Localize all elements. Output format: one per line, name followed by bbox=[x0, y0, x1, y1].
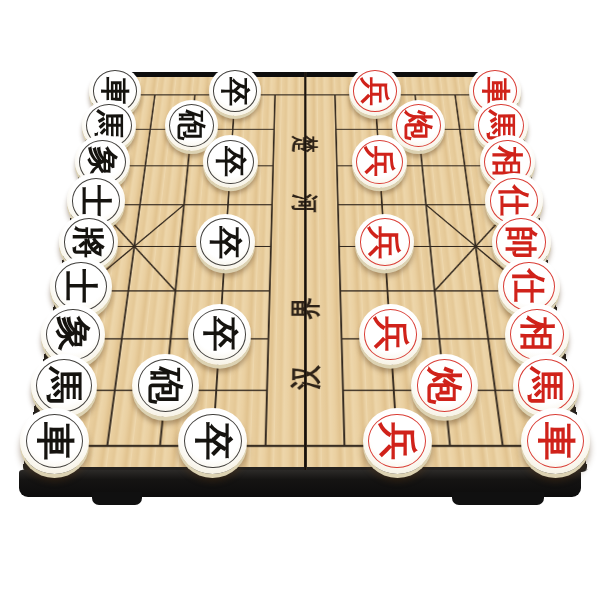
red-elephant-glyph: 相 bbox=[519, 316, 555, 352]
red-soldier-glyph: 兵 bbox=[378, 422, 417, 461]
black-soldier-glyph: 卒 bbox=[215, 146, 246, 177]
red-cannon-glyph: 炮 bbox=[403, 110, 433, 140]
piece-red-soldier[interactable]: 兵 bbox=[355, 214, 414, 270]
piece-black-horse[interactable]: 馬 bbox=[31, 354, 97, 417]
red-horse-glyph: 馬 bbox=[527, 367, 564, 404]
red-general-glyph: 帥 bbox=[505, 226, 538, 259]
piece-red-soldier[interactable]: 兵 bbox=[349, 66, 401, 116]
product-photo-stage: 楚 河 界 汉 車馬象士將士象馬車砲砲卒卒卒卒卒兵兵兵兵兵炮炮車馬相仕帥仕相馬車 bbox=[0, 0, 600, 600]
black-cannon-glyph: 砲 bbox=[147, 367, 184, 404]
black-general-glyph: 將 bbox=[72, 226, 105, 259]
black-advisor-glyph: 士 bbox=[64, 269, 98, 303]
black-advisor-glyph: 士 bbox=[80, 185, 112, 217]
black-soldier-glyph: 卒 bbox=[220, 77, 249, 106]
piece-black-soldier[interactable]: 卒 bbox=[209, 66, 261, 116]
black-soldier-glyph: 卒 bbox=[209, 226, 242, 259]
black-horse-glyph: 馬 bbox=[46, 367, 83, 404]
red-soldier-glyph: 兵 bbox=[364, 146, 395, 177]
piece-red-soldier[interactable]: 兵 bbox=[363, 408, 432, 473]
piece-black-soldier[interactable]: 卒 bbox=[188, 304, 252, 365]
red-soldier-glyph: 兵 bbox=[368, 226, 401, 259]
red-advisor-glyph: 仕 bbox=[512, 269, 546, 303]
piece-black-cannon[interactable]: 砲 bbox=[132, 354, 198, 417]
black-cannon-glyph: 砲 bbox=[176, 110, 206, 140]
red-soldier-glyph: 兵 bbox=[360, 77, 389, 106]
red-cannon-glyph: 炮 bbox=[426, 367, 463, 404]
piece-red-soldier[interactable]: 兵 bbox=[359, 304, 423, 365]
piece-red-chariot[interactable]: 車 bbox=[521, 408, 590, 473]
black-elephant-glyph: 象 bbox=[55, 316, 91, 352]
pieces-layer: 車馬象士將士象馬車砲砲卒卒卒卒卒兵兵兵兵兵炮炮車馬相仕帥仕相馬車 bbox=[0, 0, 600, 600]
black-chariot-glyph: 車 bbox=[35, 422, 74, 461]
black-soldier-glyph: 卒 bbox=[202, 316, 238, 352]
red-soldier-glyph: 兵 bbox=[373, 316, 409, 352]
black-soldier-glyph: 卒 bbox=[193, 422, 232, 461]
red-advisor-glyph: 仕 bbox=[498, 185, 530, 217]
piece-black-chariot[interactable]: 車 bbox=[20, 408, 89, 473]
piece-black-soldier[interactable]: 卒 bbox=[203, 135, 259, 188]
piece-black-soldier[interactable]: 卒 bbox=[178, 408, 247, 473]
piece-red-cannon[interactable]: 炮 bbox=[411, 354, 477, 417]
piece-black-soldier[interactable]: 卒 bbox=[196, 214, 255, 270]
piece-red-horse[interactable]: 馬 bbox=[513, 354, 579, 417]
piece-red-soldier[interactable]: 兵 bbox=[352, 135, 408, 188]
red-chariot-glyph: 車 bbox=[536, 422, 575, 461]
